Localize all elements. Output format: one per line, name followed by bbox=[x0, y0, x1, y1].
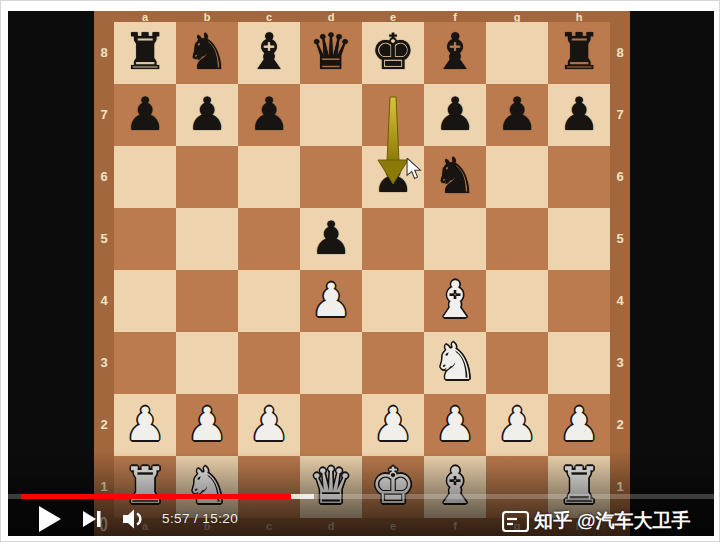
black-pawn: ♟ bbox=[238, 84, 300, 146]
white-pawn: ♟ bbox=[300, 270, 362, 332]
rank-label-3-right: 3 bbox=[610, 332, 630, 394]
black-bishop: ♝ bbox=[424, 22, 486, 84]
square-h4 bbox=[548, 270, 610, 332]
square-f4: ♝ bbox=[424, 270, 486, 332]
white-pawn: ♟ bbox=[362, 394, 424, 456]
white-pawn: ♟ bbox=[548, 394, 610, 456]
rank-label-8-left: 8 bbox=[94, 22, 114, 84]
rank-label-2-right: 2 bbox=[610, 394, 630, 456]
white-bishop: ♝ bbox=[424, 270, 486, 332]
square-c7: ♟ bbox=[238, 84, 300, 146]
square-h2: ♟ bbox=[548, 394, 610, 456]
square-c8: ♝ bbox=[238, 22, 300, 84]
square-f3: ♞ bbox=[424, 332, 486, 394]
white-pawn: ♟ bbox=[424, 394, 486, 456]
player-controls: 5:57 / 15:20 bbox=[8, 501, 468, 536]
square-d8: ♛ bbox=[300, 22, 362, 84]
volume-icon bbox=[122, 508, 148, 530]
square-e4 bbox=[362, 270, 424, 332]
black-bishop: ♝ bbox=[238, 22, 300, 84]
square-f7: ♟ bbox=[424, 84, 486, 146]
square-a5 bbox=[114, 208, 176, 270]
rank-label-7-left: 7 bbox=[94, 84, 114, 146]
square-a6 bbox=[114, 146, 176, 208]
square-d2 bbox=[300, 394, 362, 456]
square-a3 bbox=[114, 332, 176, 394]
square-c4 bbox=[238, 270, 300, 332]
black-pawn: ♟ bbox=[114, 84, 176, 146]
square-f2: ♟ bbox=[424, 394, 486, 456]
square-b8: ♞ bbox=[176, 22, 238, 84]
square-e8: ♚ bbox=[362, 22, 424, 84]
square-d3 bbox=[300, 332, 362, 394]
white-pawn: ♟ bbox=[486, 394, 548, 456]
square-g2: ♟ bbox=[486, 394, 548, 456]
square-g8 bbox=[486, 22, 548, 84]
page: abcdefgh abcdefgh 87654321 87654321 ♜♞♝♛… bbox=[0, 0, 720, 542]
square-b3 bbox=[176, 332, 238, 394]
watermark: 知乎 @汽车大卫手 bbox=[502, 505, 691, 536]
rank-label-2-left: 2 bbox=[94, 394, 114, 456]
square-h3 bbox=[548, 332, 610, 394]
watermark-brand: 知乎 bbox=[534, 508, 572, 534]
square-b7: ♟ bbox=[176, 84, 238, 146]
rank-label-3-left: 3 bbox=[94, 332, 114, 394]
square-a4 bbox=[114, 270, 176, 332]
square-d4: ♟ bbox=[300, 270, 362, 332]
time-current: 5:57 bbox=[162, 511, 190, 526]
rank-label-6-left: 6 bbox=[94, 146, 114, 208]
square-e5 bbox=[362, 208, 424, 270]
next-button[interactable] bbox=[80, 504, 106, 534]
black-pawn: ♟ bbox=[548, 84, 610, 146]
square-h5 bbox=[548, 208, 610, 270]
progress-played bbox=[21, 494, 291, 499]
black-pawn: ♟ bbox=[424, 84, 486, 146]
black-pawn: ♟ bbox=[300, 208, 362, 270]
square-a8: ♜ bbox=[114, 22, 176, 84]
play-button[interactable] bbox=[34, 504, 64, 534]
square-b4 bbox=[176, 270, 238, 332]
black-pawn: ♟ bbox=[486, 84, 548, 146]
play-icon bbox=[37, 506, 61, 532]
square-g5 bbox=[486, 208, 548, 270]
square-e2: ♟ bbox=[362, 394, 424, 456]
rank-label-7-right: 7 bbox=[610, 84, 630, 146]
square-e7 bbox=[362, 84, 424, 146]
square-a7: ♟ bbox=[114, 84, 176, 146]
chess-board: ♜♞♝♛♚♝♜♟♟♟♟♟♟♟♞♟♟♝♞♟♟♟♟♟♟♟♜♞♛♚♝♜ bbox=[114, 22, 610, 518]
square-g7: ♟ bbox=[486, 84, 548, 146]
square-d7 bbox=[300, 84, 362, 146]
white-pawn: ♟ bbox=[176, 394, 238, 456]
black-rook: ♜ bbox=[548, 22, 610, 84]
time-separator: / bbox=[190, 511, 202, 526]
black-queen: ♛ bbox=[300, 22, 362, 84]
square-f6: ♞ bbox=[424, 146, 486, 208]
black-pawn: ♟ bbox=[176, 84, 238, 146]
white-knight: ♞ bbox=[424, 332, 486, 394]
square-d6 bbox=[300, 146, 362, 208]
time-duration: 15:20 bbox=[202, 511, 238, 526]
square-c2: ♟ bbox=[238, 394, 300, 456]
square-d5: ♟ bbox=[300, 208, 362, 270]
watermark-handle: @汽车大卫手 bbox=[577, 508, 691, 534]
next-icon bbox=[83, 509, 103, 529]
square-a2: ♟ bbox=[114, 394, 176, 456]
rank-label-5-left: 5 bbox=[94, 208, 114, 270]
mouse-cursor bbox=[406, 158, 422, 180]
square-f5 bbox=[424, 208, 486, 270]
video-frame[interactable]: abcdefgh abcdefgh 87654321 87654321 ♜♞♝♛… bbox=[8, 11, 714, 536]
rank-label-5-right: 5 bbox=[610, 208, 630, 270]
square-g6 bbox=[486, 146, 548, 208]
black-rook: ♜ bbox=[114, 22, 176, 84]
volume-button[interactable] bbox=[120, 504, 150, 534]
progress-bar[interactable] bbox=[8, 494, 714, 499]
square-h8: ♜ bbox=[548, 22, 610, 84]
square-c5 bbox=[238, 208, 300, 270]
rank-label-4-right: 4 bbox=[610, 270, 630, 332]
rank-label-4-left: 4 bbox=[94, 270, 114, 332]
square-h7: ♟ bbox=[548, 84, 610, 146]
square-h6 bbox=[548, 146, 610, 208]
black-king: ♚ bbox=[362, 22, 424, 84]
time-display: 5:57 / 15:20 bbox=[162, 511, 238, 526]
white-pawn: ♟ bbox=[238, 394, 300, 456]
square-g4 bbox=[486, 270, 548, 332]
square-c3 bbox=[238, 332, 300, 394]
id-card-icon bbox=[502, 511, 529, 532]
black-knight: ♞ bbox=[176, 22, 238, 84]
rank-label-8-right: 8 bbox=[610, 22, 630, 84]
square-e3 bbox=[362, 332, 424, 394]
square-g3 bbox=[486, 332, 548, 394]
rank-label-6-right: 6 bbox=[610, 146, 630, 208]
black-knight: ♞ bbox=[424, 146, 486, 208]
square-c6 bbox=[238, 146, 300, 208]
square-b5 bbox=[176, 208, 238, 270]
square-b2: ♟ bbox=[176, 394, 238, 456]
white-pawn: ♟ bbox=[114, 394, 176, 456]
square-b6 bbox=[176, 146, 238, 208]
square-f8: ♝ bbox=[424, 22, 486, 84]
